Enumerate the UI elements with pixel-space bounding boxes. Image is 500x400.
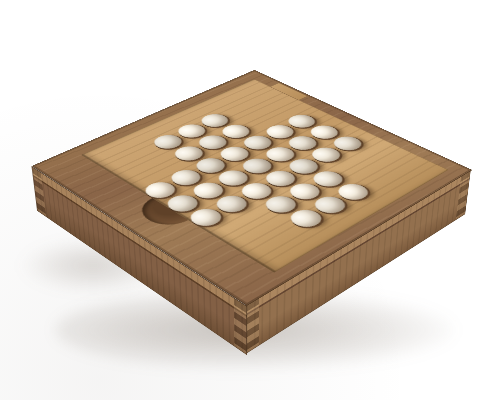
marble[interactable] — [165, 167, 205, 188]
dovetail-joint — [246, 298, 259, 353]
hole — [139, 179, 183, 203]
marble[interactable] — [284, 207, 327, 231]
hole — [235, 180, 279, 204]
hole — [212, 167, 255, 190]
hole — [260, 168, 303, 191]
box-top-frame — [31, 70, 472, 306]
marble[interactable] — [308, 194, 350, 217]
marble[interactable] — [139, 179, 180, 201]
finger-notch — [131, 188, 209, 231]
hole — [187, 180, 231, 204]
marble[interactable] — [307, 168, 347, 189]
marble[interactable] — [184, 206, 226, 230]
marble[interactable] — [284, 180, 325, 202]
marble[interactable] — [259, 193, 301, 216]
hole — [307, 168, 350, 191]
hole — [184, 206, 230, 231]
solitaire-box — [31, 70, 469, 305]
hole — [332, 181, 376, 205]
hole — [259, 193, 304, 218]
marble[interactable] — [260, 168, 300, 189]
marble[interactable] — [210, 193, 252, 216]
hole — [308, 194, 353, 219]
hole — [165, 167, 208, 190]
hole — [284, 180, 328, 204]
marble[interactable] — [212, 167, 252, 188]
hole — [161, 192, 206, 216]
perspective-scene — [0, 0, 500, 400]
marble[interactable] — [161, 192, 203, 215]
marble[interactable] — [332, 181, 373, 203]
hole — [210, 193, 255, 218]
marble[interactable] — [187, 180, 228, 202]
product-photo-scene — [0, 0, 500, 400]
hole — [284, 207, 330, 233]
marble[interactable] — [235, 180, 276, 202]
